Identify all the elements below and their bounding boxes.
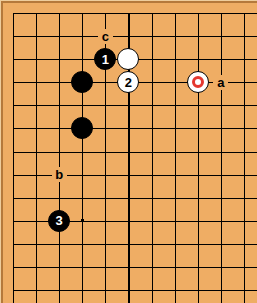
go-board: 123cab bbox=[0, 0, 257, 303]
stone-black bbox=[71, 117, 93, 139]
point-label-c: c bbox=[98, 29, 113, 44]
stone-black-1: 1 bbox=[94, 48, 116, 70]
stone-white bbox=[117, 48, 139, 70]
point-label-b: b bbox=[52, 167, 67, 182]
stone-white-2: 2 bbox=[117, 71, 139, 93]
stone-black-3: 3 bbox=[48, 210, 70, 232]
circle-mark-icon bbox=[192, 76, 204, 88]
stone-white-marked bbox=[187, 71, 209, 93]
board-grid: 123cab bbox=[1, 1, 255, 301]
point-label-a: a bbox=[213, 75, 228, 90]
star-point bbox=[81, 219, 84, 222]
stone-black bbox=[71, 71, 93, 93]
